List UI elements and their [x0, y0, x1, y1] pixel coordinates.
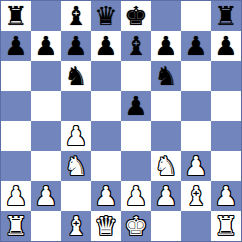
black-pawn[interactable]: ♟ — [214, 31, 237, 61]
square-d3[interactable] — [91, 151, 121, 181]
square-c4[interactable]: ♟ — [61, 121, 91, 151]
square-e2[interactable]: ♟ — [121, 181, 151, 211]
white-bishop[interactable]: ♝ — [184, 181, 207, 211]
square-f6[interactable]: ♞ — [151, 61, 181, 91]
black-pawn[interactable]: ♟ — [94, 31, 117, 61]
white-rook[interactable]: ♜ — [4, 211, 27, 241]
square-d4[interactable] — [91, 121, 121, 151]
square-c5[interactable] — [61, 91, 91, 121]
white-king[interactable]: ♚ — [124, 211, 147, 241]
square-a2[interactable]: ♟ — [1, 181, 31, 211]
black-bishop[interactable]: ♝ — [124, 31, 147, 61]
square-h6[interactable] — [211, 61, 241, 91]
black-knight[interactable]: ♞ — [64, 61, 87, 91]
square-e8[interactable]: ♚ — [121, 1, 151, 31]
square-b7[interactable]: ♟ — [31, 31, 61, 61]
square-h7[interactable]: ♟ — [211, 31, 241, 61]
square-d5[interactable] — [91, 91, 121, 121]
square-h2[interactable]: ♟ — [211, 181, 241, 211]
black-bishop[interactable]: ♝ — [64, 1, 87, 31]
square-d8[interactable]: ♛ — [91, 1, 121, 31]
white-pawn[interactable]: ♟ — [214, 181, 237, 211]
square-a3[interactable] — [1, 151, 31, 181]
white-queen[interactable]: ♛ — [94, 211, 117, 241]
square-h8[interactable]: ♜ — [211, 1, 241, 31]
white-pawn[interactable]: ♟ — [154, 181, 177, 211]
white-knight[interactable]: ♞ — [154, 151, 177, 181]
square-d7[interactable]: ♟ — [91, 31, 121, 61]
square-e4[interactable] — [121, 121, 151, 151]
black-rook[interactable]: ♜ — [4, 1, 27, 31]
square-f3[interactable]: ♞ — [151, 151, 181, 181]
square-e5[interactable]: ♟ — [121, 91, 151, 121]
black-queen[interactable]: ♛ — [94, 1, 117, 31]
square-a4[interactable] — [1, 121, 31, 151]
square-a1[interactable]: ♜ — [1, 211, 31, 241]
square-c8[interactable]: ♝ — [61, 1, 91, 31]
square-e6[interactable] — [121, 61, 151, 91]
chess-board: ♜♝♛♚♜♟♟♟♟♝♟♟♟♞♞♟♟♞♞♟♟♟♟♟♟♝♟♜♝♛♚♜ — [0, 0, 242, 242]
square-a5[interactable] — [1, 91, 31, 121]
square-b6[interactable] — [31, 61, 61, 91]
white-knight[interactable]: ♞ — [64, 151, 87, 181]
square-b5[interactable] — [31, 91, 61, 121]
white-pawn[interactable]: ♟ — [34, 181, 57, 211]
square-c6[interactable]: ♞ — [61, 61, 91, 91]
square-h3[interactable] — [211, 151, 241, 181]
black-knight[interactable]: ♞ — [154, 61, 177, 91]
square-g7[interactable]: ♟ — [181, 31, 211, 61]
black-pawn[interactable]: ♟ — [34, 31, 57, 61]
square-c2[interactable] — [61, 181, 91, 211]
square-f5[interactable] — [151, 91, 181, 121]
square-d1[interactable]: ♛ — [91, 211, 121, 241]
square-d6[interactable] — [91, 61, 121, 91]
square-e3[interactable] — [121, 151, 151, 181]
black-pawn[interactable]: ♟ — [4, 31, 27, 61]
square-b3[interactable] — [31, 151, 61, 181]
square-g4[interactable] — [181, 121, 211, 151]
square-c1[interactable]: ♝ — [61, 211, 91, 241]
square-b8[interactable] — [31, 1, 61, 31]
white-pawn[interactable]: ♟ — [184, 151, 207, 181]
square-e7[interactable]: ♝ — [121, 31, 151, 61]
square-a8[interactable]: ♜ — [1, 1, 31, 31]
square-f2[interactable]: ♟ — [151, 181, 181, 211]
white-pawn[interactable]: ♟ — [94, 181, 117, 211]
square-g5[interactable] — [181, 91, 211, 121]
square-a7[interactable]: ♟ — [1, 31, 31, 61]
white-pawn[interactable]: ♟ — [124, 181, 147, 211]
square-a6[interactable] — [1, 61, 31, 91]
square-f1[interactable] — [151, 211, 181, 241]
square-g8[interactable] — [181, 1, 211, 31]
square-g6[interactable] — [181, 61, 211, 91]
square-g2[interactable]: ♝ — [181, 181, 211, 211]
black-pawn[interactable]: ♟ — [64, 31, 87, 61]
black-pawn[interactable]: ♟ — [184, 31, 207, 61]
square-b1[interactable] — [31, 211, 61, 241]
chess-board-wrapper: ♜♝♛♚♜♟♟♟♟♝♟♟♟♞♞♟♟♞♞♟♟♟♟♟♟♝♟♜♝♛♚♜ — [0, 0, 242, 242]
square-h1[interactable]: ♜ — [211, 211, 241, 241]
white-rook[interactable]: ♜ — [214, 211, 237, 241]
white-bishop[interactable]: ♝ — [64, 211, 87, 241]
square-h4[interactable] — [211, 121, 241, 151]
square-b4[interactable] — [31, 121, 61, 151]
square-f8[interactable] — [151, 1, 181, 31]
square-f7[interactable]: ♟ — [151, 31, 181, 61]
black-rook[interactable]: ♜ — [214, 1, 237, 31]
square-g3[interactable]: ♟ — [181, 151, 211, 181]
square-g1[interactable] — [181, 211, 211, 241]
square-f4[interactable] — [151, 121, 181, 151]
square-b2[interactable]: ♟ — [31, 181, 61, 211]
white-pawn[interactable]: ♟ — [64, 121, 87, 151]
white-pawn[interactable]: ♟ — [4, 181, 27, 211]
square-c7[interactable]: ♟ — [61, 31, 91, 61]
square-e1[interactable]: ♚ — [121, 211, 151, 241]
black-pawn[interactable]: ♟ — [154, 31, 177, 61]
square-h5[interactable] — [211, 91, 241, 121]
black-king[interactable]: ♚ — [124, 1, 147, 31]
black-pawn[interactable]: ♟ — [124, 91, 147, 121]
square-c3[interactable]: ♞ — [61, 151, 91, 181]
square-d2[interactable]: ♟ — [91, 181, 121, 211]
